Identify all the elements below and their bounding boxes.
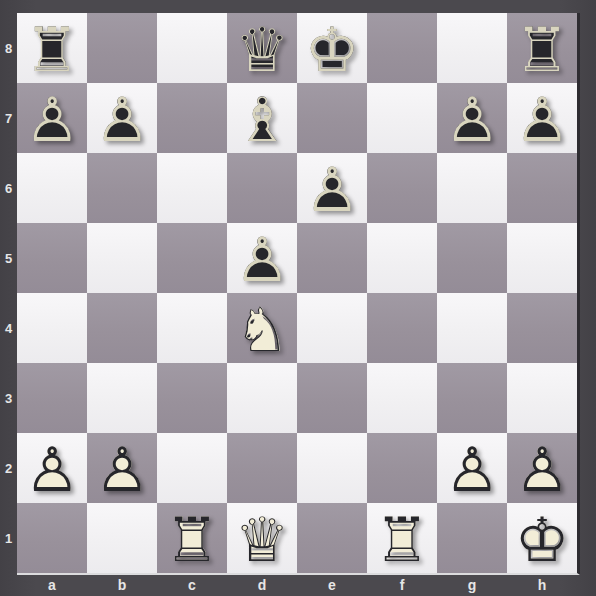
square-a1[interactable]: [17, 503, 87, 573]
piece-outline-glyph: ♙: [507, 434, 577, 504]
piece-outline-glyph: ♙: [227, 224, 297, 294]
square-e7[interactable]: [297, 83, 367, 153]
piece-white-king[interactable]: ♚♔: [507, 503, 577, 573]
square-e5[interactable]: [297, 223, 367, 293]
file-label-g: g: [437, 573, 507, 596]
square-c4[interactable]: [157, 293, 227, 363]
square-b1[interactable]: [87, 503, 157, 573]
piece-outline-glyph: ♙: [437, 434, 507, 504]
file-label-h: h: [507, 573, 577, 596]
piece-outline-glyph: ♙: [437, 84, 507, 154]
piece-white-pawn[interactable]: ♟♙: [507, 433, 577, 503]
piece-outline-glyph: ♖: [507, 14, 577, 84]
square-a4[interactable]: [17, 293, 87, 363]
piece-black-pawn[interactable]: ♟♙: [227, 223, 297, 293]
square-g5[interactable]: [437, 223, 507, 293]
piece-outline-glyph: ♙: [507, 84, 577, 154]
piece-white-queen[interactable]: ♛♕: [227, 503, 297, 573]
square-h1[interactable]: ♚♔: [507, 503, 577, 573]
piece-outline-glyph: ♖: [17, 14, 87, 84]
square-d7[interactable]: ♝♗: [227, 83, 297, 153]
square-f7[interactable]: [367, 83, 437, 153]
rank-label-2: 2: [0, 433, 17, 503]
piece-black-pawn[interactable]: ♟♙: [87, 83, 157, 153]
square-a7[interactable]: ♟♙: [17, 83, 87, 153]
piece-outline-glyph: ♗: [227, 84, 297, 154]
square-e8[interactable]: ♚♔: [297, 13, 367, 83]
piece-white-pawn[interactable]: ♟♙: [17, 433, 87, 503]
square-g6[interactable]: [437, 153, 507, 223]
square-h8[interactable]: ♜♖: [507, 13, 577, 83]
square-e4[interactable]: [297, 293, 367, 363]
square-b6[interactable]: [87, 153, 157, 223]
square-c8[interactable]: [157, 13, 227, 83]
chess-board-window: 87654321 ♜♖♛♕♚♔♜♖♟♙♟♙♝♗♟♙♟♙♟♙♟♙♞♘♟♙♟♙♟♙♟…: [0, 0, 596, 596]
square-e3[interactable]: [297, 363, 367, 433]
square-d5[interactable]: ♟♙: [227, 223, 297, 293]
file-label-c: c: [157, 573, 227, 596]
square-d6[interactable]: [227, 153, 297, 223]
piece-outline-glyph: ♙: [17, 84, 87, 154]
piece-outline-glyph: ♙: [87, 84, 157, 154]
square-e1[interactable]: [297, 503, 367, 573]
square-d2[interactable]: [227, 433, 297, 503]
file-label-d: d: [227, 573, 297, 596]
square-g1[interactable]: [437, 503, 507, 573]
piece-outline-glyph: ♖: [367, 504, 437, 574]
square-f3[interactable]: [367, 363, 437, 433]
square-b8[interactable]: [87, 13, 157, 83]
square-h5[interactable]: [507, 223, 577, 293]
square-a2[interactable]: ♟♙: [17, 433, 87, 503]
piece-white-rook[interactable]: ♜♖: [157, 503, 227, 573]
piece-outline-glyph: ♕: [227, 14, 297, 84]
square-f5[interactable]: [367, 223, 437, 293]
square-c3[interactable]: [157, 363, 227, 433]
square-h7[interactable]: ♟♙: [507, 83, 577, 153]
square-h3[interactable]: [507, 363, 577, 433]
square-g4[interactable]: [437, 293, 507, 363]
piece-white-rook[interactable]: ♜♖: [367, 503, 437, 573]
piece-outline-glyph: ♔: [297, 14, 367, 84]
piece-black-pawn[interactable]: ♟♙: [507, 83, 577, 153]
square-g7[interactable]: ♟♙: [437, 83, 507, 153]
square-b4[interactable]: [87, 293, 157, 363]
square-d3[interactable]: [227, 363, 297, 433]
file-label-f: f: [367, 573, 437, 596]
square-b3[interactable]: [87, 363, 157, 433]
piece-black-pawn[interactable]: ♟♙: [437, 83, 507, 153]
rank-label-8: 8: [0, 13, 17, 83]
piece-black-pawn[interactable]: ♟♙: [17, 83, 87, 153]
square-c2[interactable]: [157, 433, 227, 503]
square-f8[interactable]: [367, 13, 437, 83]
square-d8[interactable]: ♛♕: [227, 13, 297, 83]
square-a3[interactable]: [17, 363, 87, 433]
square-g3[interactable]: [437, 363, 507, 433]
square-h6[interactable]: [507, 153, 577, 223]
piece-white-knight[interactable]: ♞♘: [227, 293, 297, 363]
piece-black-queen[interactable]: ♛♕: [227, 13, 297, 83]
piece-outline-glyph: ♕: [227, 504, 297, 574]
square-b2[interactable]: ♟♙: [87, 433, 157, 503]
rank-label-4: 4: [0, 293, 17, 363]
piece-black-king[interactable]: ♚♔: [297, 13, 367, 83]
square-c6[interactable]: [157, 153, 227, 223]
rank-label-5: 5: [0, 223, 17, 293]
piece-outline-glyph: ♔: [507, 504, 577, 574]
square-a5[interactable]: [17, 223, 87, 293]
board-grid: ♜♖♛♕♚♔♜♖♟♙♟♙♝♗♟♙♟♙♟♙♟♙♞♘♟♙♟♙♟♙♟♙♜♖♛♕♜♖♚♔: [17, 13, 580, 575]
rank-label-1: 1: [0, 503, 17, 573]
square-h4[interactable]: [507, 293, 577, 363]
piece-black-rook[interactable]: ♜♖: [17, 13, 87, 83]
rank-label-7: 7: [0, 83, 17, 153]
piece-black-pawn[interactable]: ♟♙: [297, 153, 367, 223]
square-d1[interactable]: ♛♕: [227, 503, 297, 573]
square-g8[interactable]: [437, 13, 507, 83]
piece-outline-glyph: ♙: [87, 434, 157, 504]
square-c5[interactable]: [157, 223, 227, 293]
file-label-a: a: [17, 573, 87, 596]
rank-labels: 87654321: [0, 13, 17, 573]
square-d4[interactable]: ♞♘: [227, 293, 297, 363]
file-label-b: b: [87, 573, 157, 596]
square-e2[interactable]: [297, 433, 367, 503]
square-f1[interactable]: ♜♖: [367, 503, 437, 573]
piece-outline-glyph: ♙: [297, 154, 367, 224]
rank-label-3: 3: [0, 363, 17, 433]
file-label-e: e: [297, 573, 367, 596]
piece-white-pawn[interactable]: ♟♙: [437, 433, 507, 503]
square-e6[interactable]: ♟♙: [297, 153, 367, 223]
square-a8[interactable]: ♜♖: [17, 13, 87, 83]
square-b5[interactable]: [87, 223, 157, 293]
square-f2[interactable]: [367, 433, 437, 503]
square-c1[interactable]: ♜♖: [157, 503, 227, 573]
square-g2[interactable]: ♟♙: [437, 433, 507, 503]
file-labels: abcdefgh: [17, 573, 580, 596]
piece-outline-glyph: ♖: [157, 504, 227, 574]
square-b7[interactable]: ♟♙: [87, 83, 157, 153]
piece-black-rook[interactable]: ♜♖: [507, 13, 577, 83]
square-c7[interactable]: [157, 83, 227, 153]
rank-label-6: 6: [0, 153, 17, 223]
piece-outline-glyph: ♘: [227, 294, 297, 364]
piece-white-pawn[interactable]: ♟♙: [87, 433, 157, 503]
square-f4[interactable]: [367, 293, 437, 363]
piece-black-bishop[interactable]: ♝♗: [227, 83, 297, 153]
square-f6[interactable]: [367, 153, 437, 223]
square-h2[interactable]: ♟♙: [507, 433, 577, 503]
piece-outline-glyph: ♙: [17, 434, 87, 504]
square-a6[interactable]: [17, 153, 87, 223]
